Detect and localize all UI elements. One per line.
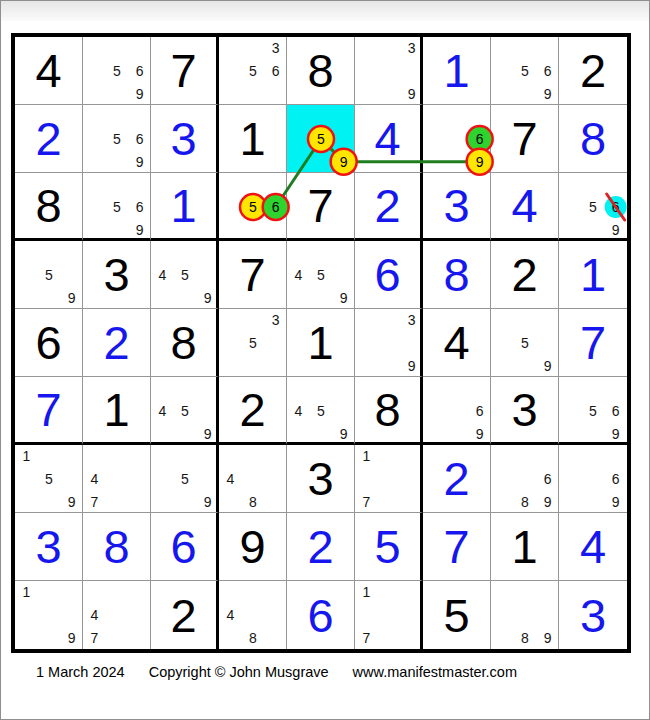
cell-value: 2 [287, 513, 354, 580]
candidate-digit: 3 [408, 313, 416, 327]
cell-r2c7[interactable]: 69 [423, 105, 491, 173]
cell-value: 8 [151, 309, 216, 376]
candidate-digit: 1 [22, 585, 30, 599]
cell-value: 8 [423, 241, 490, 308]
cell-value: 2 [559, 37, 627, 104]
candidate-digit: 5 [181, 268, 189, 282]
cell-value: 3 [15, 513, 82, 580]
footer-date: 1 March 2024 [36, 664, 125, 680]
cell-value: 5 [423, 581, 490, 649]
cell-r5c4[interactable]: 35 [219, 309, 287, 377]
cell-r6c7[interactable]: 69 [423, 377, 491, 445]
cell-value: 7 [219, 241, 286, 308]
cell-value: 4 [559, 513, 627, 580]
cell-value: 1 [219, 105, 286, 172]
candidate-digit: 4 [226, 608, 234, 622]
cell-r6c2[interactable]: 1 [83, 377, 151, 445]
cell-r5c1[interactable]: 6 [15, 309, 83, 377]
cell-r9c7[interactable]: 5 [423, 581, 491, 649]
cell-r3c1[interactable]: 8 [15, 173, 83, 241]
sudoku-board: 4569735683915692256931594697885691567234… [11, 33, 631, 653]
cell-r2c6[interactable]: 4 [355, 105, 423, 173]
cell-r1c6[interactable]: 39 [355, 37, 423, 105]
sudoku-board-cells: 4569735683915692256931594697885691567234… [15, 37, 627, 649]
cell-value: 1 [287, 309, 354, 376]
cell-value: 6 [15, 309, 82, 376]
candidate-digit: 5 [521, 64, 529, 78]
cell-r3c7[interactable]: 3 [423, 173, 491, 241]
cell-value: 8 [287, 37, 354, 104]
cell-r9c3[interactable]: 2 [151, 581, 219, 649]
candidate-digit: 4 [226, 472, 234, 486]
cell-r5c3[interactable]: 8 [151, 309, 219, 377]
candidate-digit: 5 [589, 404, 597, 418]
candidate-digit: 4 [158, 268, 166, 282]
candidate-digit: 4 [90, 608, 98, 622]
candidate-digit: 9 [544, 87, 552, 101]
cell-r2c2[interactable]: 569 [83, 105, 151, 173]
cell-r4c6[interactable]: 6 [355, 241, 423, 309]
cell-value: 3 [151, 105, 216, 172]
candidate-digit: 9 [544, 359, 552, 373]
cell-value: 3 [559, 581, 627, 649]
cell-r4c1[interactable]: 59 [15, 241, 83, 309]
cell-r1c8[interactable]: 569 [491, 37, 559, 105]
candidate-digit: 1 [362, 449, 370, 463]
cell-r3c9[interactable]: 569 [559, 173, 627, 241]
cell-r5c5[interactable]: 1 [287, 309, 355, 377]
cell-value: 1 [83, 377, 150, 442]
candidate-digit: 9 [408, 359, 416, 373]
candidate-digit: 6 [136, 200, 144, 214]
candidate-digit: 9 [544, 631, 552, 645]
candidate-digit: 7 [362, 495, 370, 509]
candidate-digit: 6 [612, 404, 620, 418]
cell-value: 3 [83, 241, 150, 308]
cell-r7c3[interactable]: 59 [151, 445, 219, 513]
cell-value: 7 [151, 37, 216, 104]
candidate-digit: 6 [272, 200, 280, 214]
candidate-digit: 6 [272, 64, 280, 78]
cell-r7c9[interactable]: 69 [559, 445, 627, 513]
candidate-digit: 5 [181, 472, 189, 486]
cell-value: 7 [423, 513, 490, 580]
cell-r5c6[interactable]: 39 [355, 309, 423, 377]
footer-website: www.manifestmaster.com [353, 664, 517, 680]
cell-r3c5[interactable]: 7 [287, 173, 355, 241]
candidate-digit: 8 [249, 631, 257, 645]
cell-r4c9[interactable]: 1 [559, 241, 627, 309]
candidate-digit: 8 [521, 631, 529, 645]
candidate-digit: 5 [113, 64, 121, 78]
cell-r2c1[interactable]: 2 [15, 105, 83, 173]
cell-r7c5[interactable]: 3 [287, 445, 355, 513]
cell-r2c8[interactable]: 7 [491, 105, 559, 173]
candidate-digit: 4 [158, 404, 166, 418]
cell-value: 2 [151, 581, 216, 649]
cell-r3c6[interactable]: 2 [355, 173, 423, 241]
candidate-digit: 1 [22, 449, 30, 463]
candidate-digit: 9 [204, 427, 212, 441]
candidate-digit: 5 [113, 132, 121, 146]
candidate-digit: 6 [544, 64, 552, 78]
cell-r1c9[interactable]: 2 [559, 37, 627, 105]
candidate-digit: 9 [408, 87, 416, 101]
cell-value: 8 [559, 105, 627, 172]
cell-r2c5[interactable]: 59 [287, 105, 355, 173]
cell-r5c9[interactable]: 7 [559, 309, 627, 377]
cell-r9c4[interactable]: 48 [219, 581, 287, 649]
candidate-digit: 9 [136, 223, 144, 237]
candidate-digit: 5 [45, 268, 53, 282]
cell-value: 2 [83, 309, 150, 376]
cell-value: 3 [423, 173, 490, 238]
cell-r8c3[interactable]: 6 [151, 513, 219, 581]
candidate-digit: 9 [204, 495, 212, 509]
candidate-digit: 9 [340, 427, 348, 441]
cell-r3c2[interactable]: 569 [83, 173, 151, 241]
cell-value: 8 [83, 513, 150, 580]
cell-r2c9[interactable]: 8 [559, 105, 627, 173]
cell-r8c6[interactable]: 5 [355, 513, 423, 581]
window-top-strip [1, 1, 649, 22]
cell-value: 1 [151, 173, 216, 238]
candidate-digit: 9 [340, 291, 348, 305]
candidate-digit: 5 [317, 268, 325, 282]
cell-r6c9[interactable]: 569 [559, 377, 627, 445]
candidate-digit: 5 [181, 404, 189, 418]
cell-r1c5[interactable]: 8 [287, 37, 355, 105]
cell-r1c2[interactable]: 569 [83, 37, 151, 105]
candidate-digit: 9 [340, 155, 348, 169]
candidate-digit: 6 [612, 472, 620, 486]
cell-r3c4[interactable]: 56 [219, 173, 287, 241]
candidate-digit: 9 [612, 427, 620, 441]
cell-r7c8[interactable]: 689 [491, 445, 559, 513]
cell-value: 1 [559, 241, 627, 308]
cell-r6c8[interactable]: 3 [491, 377, 559, 445]
cell-r6c4[interactable]: 2 [219, 377, 287, 445]
cell-r8c2[interactable]: 8 [83, 513, 151, 581]
cell-value: 6 [355, 241, 420, 308]
cell-r5c7[interactable]: 4 [423, 309, 491, 377]
cell-value: 8 [355, 377, 420, 442]
candidate-digit: 4 [294, 268, 302, 282]
cell-r7c1[interactable]: 159 [15, 445, 83, 513]
cell-r9c8[interactable]: 89 [491, 581, 559, 649]
cell-value: 3 [287, 445, 354, 512]
cell-value: 7 [287, 173, 354, 238]
candidate-digit: 9 [476, 155, 484, 169]
candidate-digit: 7 [90, 495, 98, 509]
candidate-digit: 4 [294, 404, 302, 418]
cell-r8c8[interactable]: 1 [491, 513, 559, 581]
cell-r9c9[interactable]: 3 [559, 581, 627, 649]
candidate-digit: 6 [612, 200, 620, 214]
candidate-digit: 9 [204, 291, 212, 305]
cell-r8c9[interactable]: 4 [559, 513, 627, 581]
candidate-digit: 9 [68, 495, 76, 509]
cell-r5c2[interactable]: 2 [83, 309, 151, 377]
cell-r2c3[interactable]: 3 [151, 105, 219, 173]
candidate-digit: 9 [136, 155, 144, 169]
cell-r3c8[interactable]: 4 [491, 173, 559, 241]
cell-r5c8[interactable]: 59 [491, 309, 559, 377]
cell-r9c2[interactable]: 47 [83, 581, 151, 649]
cell-r7c6[interactable]: 17 [355, 445, 423, 513]
candidate-digit: 5 [113, 200, 121, 214]
cell-value: 5 [355, 513, 420, 580]
cell-r9c1[interactable]: 19 [15, 581, 83, 649]
cell-value: 2 [491, 241, 558, 308]
candidate-digit: 5 [249, 336, 257, 350]
candidate-digit: 6 [136, 132, 144, 146]
cell-r4c5[interactable]: 459 [287, 241, 355, 309]
candidate-digit: 9 [68, 291, 76, 305]
cell-value: 6 [287, 581, 354, 649]
cell-r4c8[interactable]: 2 [491, 241, 559, 309]
candidate-digit: 6 [476, 404, 484, 418]
cell-value: 8 [15, 173, 82, 238]
candidate-digit: 9 [612, 223, 620, 237]
cell-r7c2[interactable]: 47 [83, 445, 151, 513]
cell-value: 4 [15, 37, 82, 104]
cell-value: 2 [355, 173, 420, 238]
candidate-digit: 5 [249, 200, 257, 214]
candidate-digit: 7 [90, 631, 98, 645]
cell-r3c3[interactable]: 1 [151, 173, 219, 241]
cell-value: 6 [151, 513, 216, 580]
candidate-digit: 1 [362, 585, 370, 599]
candidate-digit: 5 [521, 336, 529, 350]
cell-value: 2 [15, 105, 82, 172]
candidate-digit: 3 [272, 313, 280, 327]
candidate-digit: 5 [589, 200, 597, 214]
cell-value: 7 [491, 105, 558, 172]
cell-r2c4[interactable]: 1 [219, 105, 287, 173]
cell-r6c6[interactable]: 8 [355, 377, 423, 445]
cell-r4c4[interactable]: 7 [219, 241, 287, 309]
footer-copyright: Copyright © John Musgrave [149, 664, 329, 680]
cell-r4c7[interactable]: 8 [423, 241, 491, 309]
cell-value: 2 [423, 445, 490, 512]
candidate-digit: 5 [317, 404, 325, 418]
candidate-digit: 6 [136, 64, 144, 78]
cell-r8c7[interactable]: 7 [423, 513, 491, 581]
cell-r4c3[interactable]: 459 [151, 241, 219, 309]
cell-r8c4[interactable]: 9 [219, 513, 287, 581]
cell-r1c1[interactable]: 4 [15, 37, 83, 105]
cell-r9c6[interactable]: 17 [355, 581, 423, 649]
cell-r7c4[interactable]: 48 [219, 445, 287, 513]
candidate-digit: 8 [521, 495, 529, 509]
candidate-digit: 5 [317, 132, 325, 146]
cell-r6c5[interactable]: 459 [287, 377, 355, 445]
candidate-digit: 6 [544, 472, 552, 486]
cell-r1c7[interactable]: 1 [423, 37, 491, 105]
candidate-digit: 9 [68, 631, 76, 645]
cell-r8c1[interactable]: 3 [15, 513, 83, 581]
cell-r6c1[interactable]: 7 [15, 377, 83, 445]
cell-value: 4 [355, 105, 420, 172]
candidate-digit: 3 [272, 41, 280, 55]
footer: 1 March 2024Copyright © John Musgravewww… [36, 664, 541, 680]
cell-value: 4 [423, 309, 490, 376]
cell-r7c7[interactable]: 2 [423, 445, 491, 513]
candidate-digit: 6 [476, 132, 484, 146]
candidate-digit: 3 [408, 41, 416, 55]
candidate-digit: 9 [544, 495, 552, 509]
cell-r6c3[interactable]: 459 [151, 377, 219, 445]
candidate-digit: 5 [249, 64, 257, 78]
cell-r8c5[interactable]: 2 [287, 513, 355, 581]
candidate-digit: 9 [136, 87, 144, 101]
cell-value: 4 [491, 173, 558, 238]
cell-value: 9 [219, 513, 286, 580]
cell-value: 1 [491, 513, 558, 580]
cell-value: 7 [559, 309, 627, 376]
candidate-digit: 8 [249, 495, 257, 509]
candidate-digit: 9 [612, 495, 620, 509]
page: 4569735683915692256931594697885691567234… [0, 0, 650, 720]
cell-r9c5[interactable]: 6 [287, 581, 355, 649]
cell-value: 7 [15, 377, 82, 442]
candidate-digit: 7 [362, 631, 370, 645]
candidate-digit: 4 [90, 472, 98, 486]
cell-value: 3 [491, 377, 558, 442]
cell-value: 1 [423, 37, 490, 104]
cell-value: 2 [219, 377, 286, 442]
cell-r1c3[interactable]: 7 [151, 37, 219, 105]
candidate-digit: 9 [476, 427, 484, 441]
cell-r1c4[interactable]: 356 [219, 37, 287, 105]
candidate-digit: 5 [45, 472, 53, 486]
cell-r4c2[interactable]: 3 [83, 241, 151, 309]
